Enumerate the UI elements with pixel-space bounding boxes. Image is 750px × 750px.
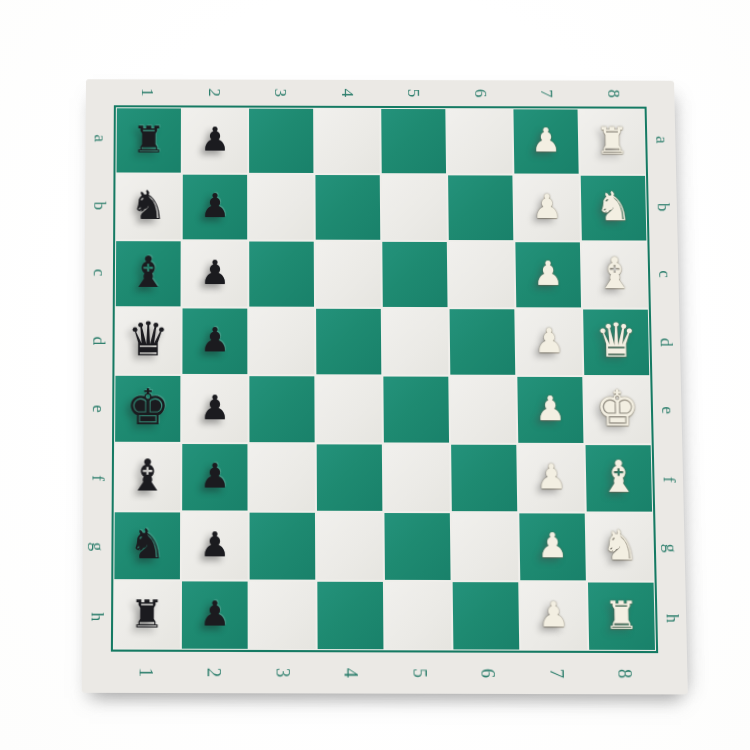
square-e3[interactable] <box>249 376 314 442</box>
piece-white-knight[interactable]: ♞ <box>595 187 632 227</box>
piece-white-pawn[interactable]: ♟ <box>534 324 565 358</box>
rank-label-text: 2 <box>204 88 224 97</box>
file-label-text: a <box>651 136 671 144</box>
chess-board: ♜♟♟♜♞♟♟♞♝♟♟♝♛♟♟♛♚♟♟♚♝♟♟♝♞♟♟♞♜♟♟♜ <box>111 105 658 653</box>
piece-black-bishop[interactable]: ♝ <box>128 454 167 498</box>
rank-label-top-1: 1 <box>114 79 181 105</box>
rank-label-text: 7 <box>545 669 567 679</box>
piece-white-pawn[interactable]: ♟ <box>536 460 567 494</box>
piece-black-knight[interactable]: ♞ <box>130 186 166 226</box>
square-b5[interactable] <box>382 175 447 240</box>
piece-black-knight[interactable]: ♞ <box>129 524 166 566</box>
square-a8[interactable]: ♜ <box>580 109 645 173</box>
square-h2[interactable]: ♟ <box>182 581 248 648</box>
file-label-text: d <box>88 336 108 345</box>
rank-label-text: 4 <box>340 668 362 678</box>
square-a4[interactable] <box>315 109 380 173</box>
file-label-right-e: e <box>652 376 682 445</box>
file-label-text: a <box>90 135 110 143</box>
square-c1[interactable]: ♝ <box>116 241 181 306</box>
rank-label-text: 8 <box>603 89 623 98</box>
square-g7[interactable]: ♟ <box>519 513 586 580</box>
rank-label-text: 1 <box>137 88 157 97</box>
square-b2[interactable]: ♟ <box>183 175 248 240</box>
rank-label-bottom-1: 1 <box>111 652 180 693</box>
square-a6[interactable] <box>447 109 512 173</box>
file-label-text: c <box>89 269 109 277</box>
square-c8[interactable]: ♝ <box>582 242 648 307</box>
file-label-left-e: e <box>84 375 113 444</box>
square-f5[interactable] <box>384 445 450 512</box>
square-f3[interactable] <box>249 444 314 511</box>
piece-white-rook[interactable]: ♜ <box>604 596 639 635</box>
rank-label-bottom-7: 7 <box>521 653 590 694</box>
rank-label-bottom-8: 8 <box>590 653 659 694</box>
square-a2[interactable]: ♟ <box>183 108 247 172</box>
square-h8[interactable]: ♜ <box>588 582 655 649</box>
square-h7[interactable]: ♟ <box>520 582 587 649</box>
file-label-right-g: g <box>655 514 685 584</box>
piece-white-bishop[interactable]: ♝ <box>595 253 634 296</box>
file-label-right-b: b <box>648 173 678 240</box>
square-g1[interactable]: ♞ <box>114 512 180 579</box>
file-label-right-h: h <box>657 583 687 653</box>
piece-white-pawn[interactable]: ♟ <box>538 598 569 633</box>
piece-black-pawn[interactable]: ♟ <box>200 256 230 290</box>
rank-label-bottom-2: 2 <box>179 652 248 693</box>
rank-label-top-8: 8 <box>580 81 647 107</box>
rank-label-bottom-4: 4 <box>316 652 385 693</box>
piece-white-knight[interactable]: ♞ <box>601 525 639 567</box>
square-c6[interactable] <box>449 242 514 307</box>
piece-black-pawn[interactable]: ♟ <box>200 323 230 357</box>
piece-black-king[interactable]: ♚ <box>126 383 170 433</box>
piece-black-queen[interactable]: ♛ <box>127 316 169 363</box>
file-label-right-d: d <box>651 308 681 376</box>
square-a5[interactable] <box>381 109 446 173</box>
square-g4[interactable] <box>317 513 383 580</box>
square-d7[interactable]: ♟ <box>516 309 582 375</box>
board-grid: ♜♟♟♜♞♟♟♞♝♟♟♝♛♟♟♛♚♟♟♚♝♟♟♝♞♟♟♞♜♟♟♜ <box>114 108 655 650</box>
file-label-text: g <box>660 544 681 553</box>
square-h5[interactable] <box>385 582 451 649</box>
square-d2[interactable]: ♟ <box>182 308 247 374</box>
file-label-text: h <box>661 614 682 623</box>
square-b3[interactable] <box>249 175 314 240</box>
square-f1[interactable]: ♝ <box>115 444 181 511</box>
piece-black-pawn[interactable]: ♟ <box>200 459 230 493</box>
rank-label-bottom-6: 6 <box>453 653 522 694</box>
chess-mat: 12345678 12345678 abcdefgh abcdefgh ♜♟♟♜… <box>82 79 688 694</box>
square-e6[interactable] <box>450 377 516 443</box>
file-labels-left: abcdefgh <box>82 105 114 651</box>
square-e8[interactable]: ♚ <box>584 377 650 443</box>
piece-white-king[interactable]: ♚ <box>595 384 640 434</box>
piece-white-pawn[interactable]: ♟ <box>533 257 563 291</box>
square-d5[interactable] <box>383 309 448 375</box>
file-label-right-f: f <box>654 445 684 514</box>
piece-white-pawn[interactable]: ♟ <box>537 529 568 564</box>
square-e5[interactable] <box>383 377 449 443</box>
square-e7[interactable]: ♟ <box>517 377 583 443</box>
square-c2[interactable]: ♟ <box>183 241 248 306</box>
square-c4[interactable] <box>316 242 381 307</box>
square-b7[interactable]: ♟ <box>514 176 579 241</box>
piece-black-bishop[interactable]: ♝ <box>129 251 167 294</box>
rank-label-text: 2 <box>203 668 225 678</box>
rank-label-text: 3 <box>271 668 293 678</box>
square-f6[interactable] <box>451 445 517 512</box>
piece-black-pawn[interactable]: ♟ <box>200 123 230 156</box>
file-label-right-c: c <box>649 241 679 309</box>
square-g6[interactable] <box>452 513 518 580</box>
piece-white-pawn[interactable]: ♟ <box>532 190 562 223</box>
square-a3[interactable] <box>249 109 313 173</box>
square-d3[interactable] <box>249 309 314 375</box>
square-e2[interactable]: ♟ <box>182 376 247 442</box>
file-label-left-a: a <box>85 105 113 172</box>
file-label-left-d: d <box>84 307 113 375</box>
square-g3[interactable] <box>250 513 316 580</box>
rank-labels-bottom: 12345678 <box>111 652 659 695</box>
file-label-right-a: a <box>647 107 677 174</box>
file-label-left-f: f <box>83 443 112 512</box>
rank-label-top-2: 2 <box>180 79 247 105</box>
file-label-text: d <box>656 338 676 347</box>
file-label-text: e <box>88 405 108 413</box>
rank-label-text: 3 <box>270 88 290 97</box>
file-label-text: f <box>658 476 679 482</box>
rank-label-text: 1 <box>134 668 156 678</box>
square-c5[interactable] <box>382 242 447 307</box>
square-g8[interactable]: ♞ <box>587 514 654 581</box>
square-b4[interactable] <box>315 175 380 240</box>
square-d8[interactable]: ♛ <box>583 309 649 375</box>
file-label-left-g: g <box>83 512 112 582</box>
piece-black-pawn[interactable]: ♟ <box>200 528 230 563</box>
file-label-text: e <box>657 407 678 415</box>
piece-white-rook[interactable]: ♜ <box>595 122 629 159</box>
piece-black-rook[interactable]: ♜ <box>132 121 165 158</box>
square-g2[interactable]: ♟ <box>182 512 248 579</box>
rank-label-text: 8 <box>613 669 635 679</box>
file-label-left-c: c <box>84 239 113 307</box>
square-g5[interactable] <box>384 513 450 580</box>
piece-black-pawn[interactable]: ♟ <box>200 189 230 222</box>
piece-black-rook[interactable]: ♜ <box>130 594 164 633</box>
rank-label-text: 6 <box>477 668 499 678</box>
square-f4[interactable] <box>317 444 383 511</box>
square-d1[interactable]: ♛ <box>115 308 180 374</box>
piece-black-pawn[interactable]: ♟ <box>200 391 230 425</box>
square-a1[interactable]: ♜ <box>117 108 181 172</box>
file-label-text: g <box>87 542 108 551</box>
rank-label-text: 6 <box>470 89 490 98</box>
square-b6[interactable] <box>448 175 513 240</box>
rank-label-text: 5 <box>408 668 430 678</box>
rank-label-text: 7 <box>536 89 556 98</box>
piece-white-pawn[interactable]: ♟ <box>531 124 561 157</box>
rank-labels-top: 12345678 <box>114 79 647 106</box>
square-f2[interactable]: ♟ <box>182 444 247 511</box>
square-a7[interactable]: ♟ <box>513 109 578 173</box>
rank-label-top-7: 7 <box>513 80 580 106</box>
file-label-left-h: h <box>82 582 111 652</box>
piece-white-pawn[interactable]: ♟ <box>535 392 566 426</box>
square-f8[interactable]: ♝ <box>586 445 653 512</box>
square-c7[interactable]: ♟ <box>515 242 581 307</box>
file-label-text: b <box>653 203 673 212</box>
square-h3[interactable] <box>250 582 316 649</box>
square-d6[interactable] <box>450 309 516 375</box>
file-label-left-b: b <box>85 172 114 239</box>
rank-label-text: 5 <box>403 89 423 98</box>
piece-black-pawn[interactable]: ♟ <box>200 597 230 632</box>
rank-label-bottom-5: 5 <box>385 652 454 693</box>
square-h1[interactable]: ♜ <box>114 581 180 648</box>
square-f7[interactable]: ♟ <box>518 445 584 512</box>
rank-label-text: 4 <box>337 89 357 98</box>
square-h6[interactable] <box>453 582 520 649</box>
rank-label-top-3: 3 <box>247 80 314 106</box>
square-h4[interactable] <box>317 582 383 649</box>
rank-label-top-6: 6 <box>447 80 514 106</box>
piece-white-queen[interactable]: ♛ <box>595 318 638 365</box>
square-c3[interactable] <box>249 242 314 307</box>
square-b8[interactable]: ♞ <box>581 176 647 241</box>
file-label-text: c <box>654 270 674 278</box>
file-label-text: b <box>89 201 109 210</box>
piece-white-bishop[interactable]: ♝ <box>599 455 638 499</box>
rank-label-top-4: 4 <box>313 80 380 106</box>
square-b1[interactable]: ♞ <box>116 174 181 239</box>
square-e1[interactable]: ♚ <box>115 376 180 442</box>
file-label-text: h <box>86 612 107 621</box>
rank-label-top-5: 5 <box>380 80 447 106</box>
square-d4[interactable] <box>316 309 381 375</box>
rank-label-bottom-3: 3 <box>248 652 317 693</box>
square-e4[interactable] <box>316 376 381 442</box>
file-label-text: f <box>87 475 107 481</box>
